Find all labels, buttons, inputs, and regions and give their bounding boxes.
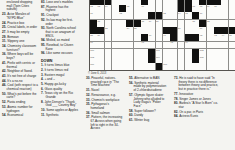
grid-cell[interactable] [148, 63, 155, 70]
grid-cell[interactable]: 91 [163, 34, 170, 41]
grid-cell[interactable]: 92 [199, 34, 206, 41]
grid-cell-black [207, 0, 214, 5]
grid-cell[interactable] [214, 42, 221, 49]
grid-cell[interactable]: 66 [141, 5, 148, 12]
clue-number: 92. [41, 18, 46, 22]
grid-cell[interactable]: 93 [214, 34, 221, 41]
clue-number: 10. [41, 108, 46, 112]
grid-cell[interactable] [214, 56, 221, 63]
grid-cell[interactable]: 86 [178, 27, 185, 34]
clue-continuation: enclosed shopping mall (Twin Cities subu… [2, 1, 38, 12]
cell-number: 86 [178, 27, 181, 30]
clue-number: 32. [86, 93, 91, 97]
grid-cell[interactable] [229, 63, 235, 70]
grid-cell[interactable] [170, 5, 177, 12]
grid-cell[interactable]: 95 [229, 34, 235, 41]
grid-cell[interactable] [112, 34, 119, 41]
grid-cell[interactable] [119, 42, 126, 49]
grid-cell[interactable] [221, 20, 228, 27]
grid-cell[interactable]: 70 [214, 5, 221, 12]
grid-cell[interactable] [105, 12, 112, 19]
clue-number: 42. [2, 69, 7, 73]
cell-number: 68 [200, 5, 203, 8]
grid-cell[interactable] [221, 5, 228, 12]
grid-cell[interactable] [141, 12, 148, 19]
grid-cell[interactable] [170, 49, 177, 56]
clue-number: 84. [174, 114, 179, 118]
copyright-line: © June 6, 2013 [88, 72, 106, 75]
clue-number: 1. [41, 63, 44, 67]
cell-number: 63 [98, 5, 101, 8]
grid-cell[interactable] [207, 42, 214, 49]
clue: 35. Pythagoras's homeland [86, 103, 123, 110]
grid-cell-black [192, 56, 199, 63]
grid-cell-black [178, 0, 185, 5]
clue-number: 80. [174, 101, 179, 105]
grid-cell[interactable] [214, 12, 221, 19]
grid-cell[interactable] [170, 20, 177, 27]
clue-number: 27. [2, 30, 7, 34]
grid-cell[interactable]: 81 [192, 20, 199, 27]
cell-number: 78 [141, 20, 144, 23]
clue: 11. Synthetic [41, 114, 78, 118]
grid-cell-black [156, 63, 163, 70]
grid-cell-black [163, 27, 170, 34]
grid-cell[interactable] [112, 63, 119, 70]
grid-cell[interactable] [156, 5, 163, 12]
grid-cell[interactable] [134, 34, 141, 41]
grid-cell[interactable]: 90 [148, 34, 155, 41]
grid-cell[interactable] [170, 63, 177, 70]
grid-cell[interactable] [214, 49, 221, 56]
grid-cell[interactable]: 64 [105, 5, 112, 12]
grid-cell[interactable] [163, 56, 170, 63]
grid-cell-black [214, 27, 221, 34]
clue-column-across-2-down-1: 83. Lose one's marbles87. Fluorine has t… [41, 1, 78, 119]
clue-number: 35. [86, 102, 91, 106]
grid-cell[interactable] [134, 0, 141, 5]
clue: 7. Texas city on the Rio Grande [41, 92, 78, 99]
grid-cell[interactable] [229, 42, 235, 49]
grid-cell[interactable]: 72 [119, 12, 126, 19]
cell-number: 107 [163, 63, 167, 66]
grid-cell[interactable] [229, 49, 235, 56]
grid-cell[interactable] [221, 63, 228, 70]
cell-number: 76 [200, 12, 203, 15]
grid-cell[interactable] [163, 5, 170, 12]
grid-cell[interactable] [229, 20, 235, 27]
grid-cell[interactable] [126, 12, 133, 19]
grid-cell[interactable]: 85 [134, 27, 141, 34]
cell-number: 62 [90, 5, 93, 8]
clue-number: 95. [41, 43, 46, 47]
grid-cell[interactable] [105, 34, 112, 41]
grid-cell[interactable] [141, 56, 148, 63]
grid-cell[interactable] [141, 63, 148, 70]
cell-number: 81 [192, 20, 195, 23]
clue: 37. Pattern, the increasing 67-Across wh… [86, 116, 123, 131]
clue-number: 57. [129, 93, 134, 97]
grid-cell[interactable]: 89 [97, 34, 104, 41]
grid-cell[interactable] [221, 49, 228, 56]
clue-number: 3. [41, 73, 44, 77]
grid-cell[interactable]: 98 [170, 42, 177, 49]
clue-number: 34. [2, 44, 7, 48]
clue: 80. Barbra's "A Star Is Born" co-star [174, 102, 220, 109]
grid-cell[interactable] [221, 0, 228, 5]
grid-cell[interactable] [156, 0, 163, 5]
clue-number: 44. [2, 79, 7, 83]
grid-cell[interactable] [97, 63, 104, 70]
grid-cell[interactable]: 99 [185, 42, 192, 49]
clue-number: 36. [2, 52, 7, 56]
clue-number: 5. [41, 82, 44, 86]
clue: 61. Winter bug [129, 119, 167, 123]
clue-column-down-2: 30. Peaceful, natives-enacted race in "T… [86, 77, 123, 132]
cell-number: 72 [119, 12, 122, 15]
grid-cell-black [148, 49, 155, 56]
clue: 2. It turns litmus red [41, 69, 78, 73]
grid-cell-black [141, 0, 148, 5]
grid-cell[interactable]: 78 [141, 20, 148, 27]
grid-cell-black [141, 34, 148, 41]
grid-cell[interactable] [207, 56, 214, 63]
grid-cell[interactable] [126, 63, 133, 70]
grid-cell[interactable]: 76 [199, 12, 206, 19]
grid-cell[interactable] [221, 12, 228, 19]
clue-number: 31. [2, 39, 7, 43]
grid-cell[interactable] [214, 63, 221, 70]
cell-number: 64 [105, 5, 108, 8]
grid-cell-black [90, 0, 97, 5]
cell-number: 77 [98, 20, 101, 23]
grid-cell[interactable]: 103 [90, 56, 97, 63]
clue-number: 24. [2, 21, 7, 25]
grid-cell-black [185, 5, 192, 12]
grid-cell[interactable] [229, 0, 235, 5]
grid-cell[interactable] [119, 63, 126, 70]
grid-cell[interactable] [156, 42, 163, 49]
grid-cell[interactable]: 96 [90, 42, 97, 49]
grid-cell[interactable]: 107 [163, 63, 170, 70]
grid-cell[interactable]: 79 [148, 20, 155, 27]
grid-cell-black [148, 56, 155, 63]
clue: 92. Its law may be first-order [41, 19, 78, 26]
grid-cell[interactable]: 80 [156, 20, 163, 27]
clue-number: 43. [2, 74, 7, 78]
grid-cell-black [90, 20, 97, 27]
grid-cell-black [156, 12, 163, 19]
clue-number: 2. [41, 68, 44, 72]
grid-cell[interactable] [178, 42, 185, 49]
clue-number: 61. [129, 118, 134, 122]
grid-cell[interactable]: 65 [126, 5, 133, 12]
clue-number: 53. [2, 105, 7, 109]
clue-number: 83. [41, 0, 46, 4]
cell-number: 101 [156, 49, 160, 52]
clue-number: 33. [86, 98, 91, 102]
grid-cell[interactable] [141, 27, 148, 34]
clue: 77. Innovative [174, 93, 220, 97]
clue-number: 82. [174, 110, 179, 114]
crossword-grid[interactable]: 6263646566676869707172737475767778798081… [89, 0, 235, 71]
cell-number: 75 [185, 12, 188, 15]
clue-number: 29. [2, 35, 7, 39]
grid-cell[interactable] [112, 20, 119, 27]
grid-cell-black [192, 34, 199, 41]
grid-cell-black [126, 20, 133, 27]
grid-cell[interactable] [148, 5, 155, 12]
grid-cell[interactable] [229, 12, 235, 19]
grid-cell-black [97, 27, 104, 34]
grid-cell[interactable] [221, 42, 228, 49]
grid-cell[interactable] [221, 56, 228, 63]
grid-cell[interactable]: 94 [221, 34, 228, 41]
clue: 23. Actor Morales of "NYPD Blue" [2, 13, 38, 20]
clue: 95. Rosebud, to Citizen Kane [41, 44, 78, 51]
grid-cell[interactable] [134, 56, 141, 63]
grid-cell[interactable] [178, 63, 185, 70]
grid-cell-black [214, 0, 221, 5]
grid-cell[interactable] [119, 0, 126, 5]
grid-cell[interactable] [229, 56, 235, 63]
grid-cell[interactable]: 101 [156, 49, 163, 56]
grid-cell[interactable]: 87 [199, 27, 206, 34]
grid-cell[interactable] [178, 20, 185, 27]
grid-cell[interactable] [134, 63, 141, 70]
cell-number: 96 [90, 41, 93, 44]
clue-number: 96. [41, 51, 46, 55]
clue: 32. Renaissance, e.g. [86, 94, 123, 98]
clue-number: 93. [41, 26, 46, 30]
cell-number: 69 [207, 5, 210, 8]
grid-cell[interactable]: 97 [141, 42, 148, 49]
grid-cell[interactable]: 68 [199, 5, 206, 12]
grid-cell[interactable] [163, 42, 170, 49]
grid-cell[interactable]: 75 [185, 12, 192, 19]
clue: 34. Chemistry classroom furniture? [2, 45, 38, 52]
grid-cell[interactable] [229, 5, 235, 12]
grid-cell[interactable] [148, 27, 155, 34]
cell-number: 84 [127, 27, 130, 30]
grid-cell[interactable] [119, 56, 126, 63]
grid-cell[interactable] [119, 49, 126, 56]
grid-cell-black [134, 20, 141, 27]
clue-number: 73. [174, 76, 179, 80]
cell-number: 98 [171, 41, 174, 44]
clue-number: 31. [86, 88, 91, 92]
grid-cell[interactable] [119, 27, 126, 34]
grid-cell[interactable]: 73 [163, 12, 170, 19]
cell-number: 66 [141, 5, 144, 8]
grid-cell[interactable] [97, 56, 104, 63]
grid-cell[interactable] [126, 56, 133, 63]
grid-cell[interactable] [156, 34, 163, 41]
grid-cell[interactable]: 77 [97, 20, 104, 27]
grid-cell[interactable] [170, 0, 177, 5]
grid-cell[interactable] [185, 49, 192, 56]
grid-cell[interactable] [185, 20, 192, 27]
grid-cell[interactable]: 100 [90, 49, 97, 56]
cell-number: 71 [90, 12, 93, 15]
grid-cell[interactable] [119, 34, 126, 41]
grid-cell[interactable] [105, 20, 112, 27]
grid-cell[interactable] [199, 63, 206, 70]
grid-cell[interactable]: 84 [126, 27, 133, 34]
clue: 96. Like some excuses [41, 52, 78, 56]
grid-cell[interactable] [112, 0, 119, 5]
grid-cell[interactable]: 67 [192, 5, 199, 12]
grid-cell[interactable] [148, 0, 155, 5]
cell-number: 67 [192, 5, 195, 8]
grid-cell[interactable] [192, 27, 199, 34]
grid-cell[interactable] [170, 12, 177, 19]
grid-cell[interactable] [97, 12, 104, 19]
cell-number: 94 [222, 34, 225, 37]
cell-number: 100 [90, 49, 94, 52]
grid-cell[interactable]: 88 [90, 34, 97, 41]
grid-cell[interactable] [105, 56, 112, 63]
cell-number: 91 [163, 34, 166, 37]
clue: 54. Economical [2, 114, 38, 118]
grid-cell[interactable]: 102 [199, 49, 206, 56]
grid-cell-black [185, 34, 192, 41]
grid-cell[interactable] [126, 34, 133, 41]
grid-cell[interactable]: 62 [90, 5, 97, 12]
grid-cell[interactable] [134, 5, 141, 12]
cell-number: 93 [214, 34, 217, 37]
grid-cell[interactable] [207, 12, 214, 19]
cell-number: 105 [200, 56, 204, 59]
grid-cell-black [221, 27, 228, 34]
grid-cell[interactable] [134, 42, 141, 49]
cell-number: 83 [105, 27, 108, 30]
grid-cell[interactable] [119, 20, 126, 27]
clue-number: 58. [129, 109, 134, 113]
grid-cell[interactable]: 74 [178, 12, 185, 19]
clue-column-down-4: 73. He is said to have said "In theory t… [174, 77, 220, 120]
cell-number: 102 [200, 49, 204, 52]
grid-cell[interactable] [141, 49, 148, 56]
clue-number: 50. [2, 92, 7, 96]
clue-number: 6. [41, 87, 44, 91]
grid-cell[interactable] [105, 49, 112, 56]
grid-cell[interactable] [178, 34, 185, 41]
clue-number: 36. [86, 111, 91, 115]
grid-cell[interactable] [112, 56, 119, 63]
grid-cell[interactable] [105, 42, 112, 49]
grid-cell[interactable] [192, 63, 199, 70]
grid-cell[interactable] [97, 49, 104, 56]
grid-cell-black [199, 0, 206, 5]
clue: 50. What's put before the carte? [2, 93, 38, 100]
grid-cell[interactable] [112, 49, 119, 56]
clue: 30. Peaceful, natives-enacted race in "T… [86, 77, 123, 88]
grid-cell[interactable] [207, 27, 214, 34]
clue-number: 52. [2, 100, 7, 104]
clue-number: 87. [41, 5, 46, 9]
grid-cell[interactable] [148, 42, 155, 49]
cell-number: 82 [207, 20, 210, 23]
cell-number: 97 [141, 41, 144, 44]
clue: 84. Actress Kunis [174, 115, 220, 119]
cell-number: 92 [200, 34, 203, 37]
grid-cell[interactable] [178, 49, 185, 56]
grid-cell[interactable] [126, 49, 133, 56]
clue-number: 25. [2, 25, 7, 29]
grid-cell[interactable] [207, 63, 214, 70]
grid-cell[interactable]: 105 [199, 56, 206, 63]
grid-cell[interactable]: 82 [207, 20, 214, 27]
cell-number: 73 [163, 12, 166, 15]
grid-cell[interactable] [207, 49, 214, 56]
cell-number: 90 [149, 34, 152, 37]
grid-cell[interactable] [97, 42, 104, 49]
grid-cell[interactable]: 69 [207, 5, 214, 12]
clue-number: 91. [41, 13, 46, 17]
grid-cell[interactable] [163, 20, 170, 27]
cell-number: 89 [98, 34, 101, 37]
grid-cell[interactable] [178, 56, 185, 63]
clue-number: 55. [129, 76, 134, 80]
grid-cell[interactable] [192, 42, 199, 49]
down-section-header: DOWN [41, 59, 78, 63]
grid-cell[interactable] [207, 34, 214, 41]
cell-number: 70 [214, 5, 217, 8]
grid-cell[interactable] [185, 63, 192, 70]
grid-cell[interactable] [112, 42, 119, 49]
grid-cell-black [178, 5, 185, 12]
grid-cell[interactable] [163, 0, 170, 5]
grid-cell-black [97, 0, 104, 5]
grid-cell[interactable] [126, 0, 133, 5]
clue-number: 60. [129, 113, 134, 117]
grid-cell[interactable] [185, 27, 192, 34]
grid-cell[interactable] [134, 49, 141, 56]
grid-cell[interactable] [170, 56, 177, 63]
clue-number: 46. [2, 83, 7, 87]
grid-cell[interactable] [199, 42, 206, 49]
grid-cell[interactable]: 104 [156, 56, 163, 63]
cell-number: 95 [229, 34, 232, 37]
clue: 73. He is said to have said "In theory t… [174, 77, 220, 92]
grid-cell[interactable] [112, 12, 119, 19]
grid-cell-black [119, 5, 126, 12]
grid-cell[interactable] [192, 0, 199, 5]
grid-cell[interactable] [105, 63, 112, 70]
grid-cell[interactable] [185, 56, 192, 63]
clue: 46. Cool (with respect to a chemical rea… [2, 84, 38, 91]
grid-cell[interactable] [156, 27, 163, 34]
clue-number: 11. [41, 113, 46, 117]
grid-cell[interactable]: 63 [97, 5, 104, 12]
grid-cell[interactable] [134, 12, 141, 19]
grid-cell[interactable] [112, 27, 119, 34]
cell-number: 104 [156, 56, 160, 59]
grid-cell[interactable] [163, 49, 170, 56]
grid-cell[interactable]: 83 [105, 27, 112, 34]
grid-cell[interactable] [214, 20, 221, 27]
grid-cell[interactable] [126, 42, 133, 49]
grid-cell-black [170, 34, 177, 41]
clue-number: 37. [86, 115, 91, 119]
crossword-page: enclosed shopping mall (Twin Cities subu… [0, 0, 235, 150]
grid-cell[interactable]: 106 [90, 63, 97, 70]
grid-cell-black [185, 0, 192, 5]
grid-cell[interactable]: 71 [90, 12, 97, 19]
grid-cell[interactable] [112, 5, 119, 12]
grid-cell-black [148, 12, 155, 19]
